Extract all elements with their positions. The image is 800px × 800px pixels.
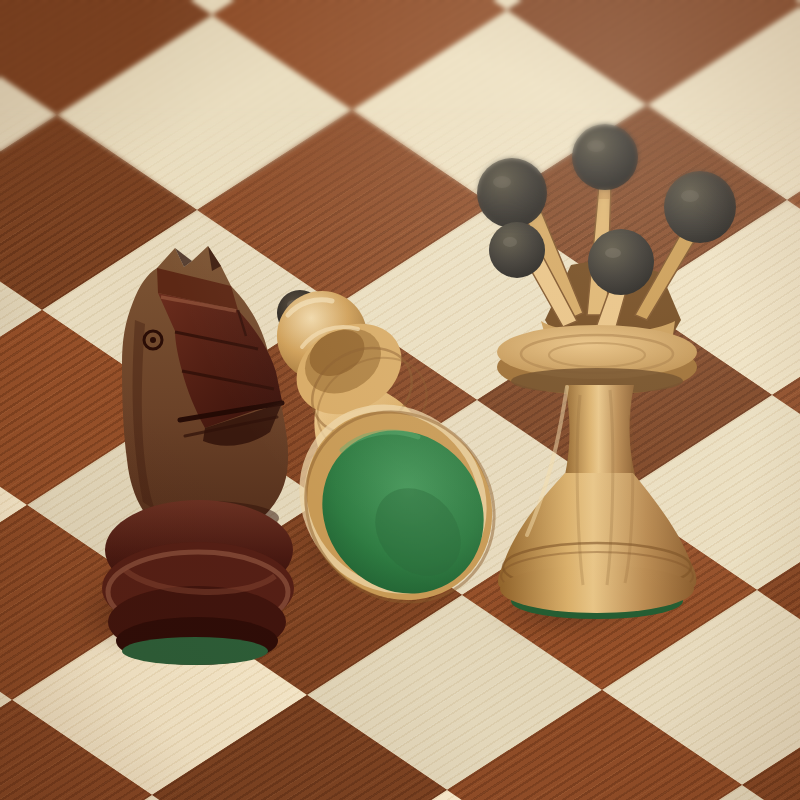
photo-stage (0, 0, 800, 800)
knight-felt-base (122, 637, 268, 665)
queen-icon (477, 124, 736, 619)
knight-icon (102, 246, 294, 665)
white-queen-piece[interactable] (475, 115, 747, 635)
black-knight-piece[interactable] (95, 240, 325, 665)
